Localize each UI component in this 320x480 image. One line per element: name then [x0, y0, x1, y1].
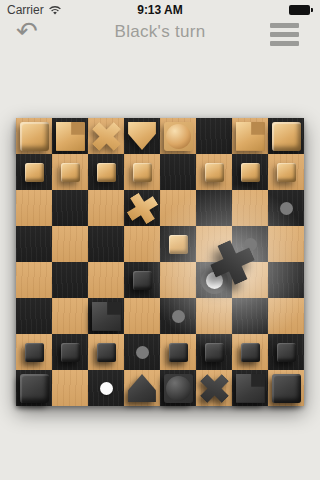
- piece-light-rook-a8[interactable]: [20, 122, 49, 151]
- dragged-piece-black-bishop[interactable]: [211, 241, 254, 284]
- square-h3[interactable]: [268, 298, 304, 334]
- square-c4[interactable]: [88, 262, 124, 298]
- piece-dark-king-e1[interactable]: [164, 374, 193, 403]
- square-d4[interactable]: [124, 262, 160, 298]
- square-b6[interactable]: [52, 190, 88, 226]
- piece-dark-pawn-f2[interactable]: [205, 343, 224, 362]
- square-b3[interactable]: [52, 298, 88, 334]
- square-e8[interactable]: [160, 118, 196, 154]
- square-c2[interactable]: [88, 334, 124, 370]
- piece-light-pawn-c7[interactable]: [97, 163, 116, 182]
- square-h4[interactable]: [268, 262, 304, 298]
- legal-move-dot-d2[interactable]: [136, 346, 149, 359]
- piece-light-pawn-f7[interactable]: [205, 163, 224, 182]
- square-e6[interactable]: [160, 190, 196, 226]
- piece-light-pawn-e5[interactable]: [169, 235, 188, 254]
- square-h1[interactable]: [268, 370, 304, 406]
- clock-time: 9:13 AM: [0, 3, 320, 17]
- piece-dark-pawn-d4[interactable]: [133, 271, 152, 290]
- square-f7[interactable]: [196, 154, 232, 190]
- square-d3[interactable]: [124, 298, 160, 334]
- piece-dark-rook-h1[interactable]: [272, 374, 301, 403]
- piece-light-queen-d8[interactable]: [128, 122, 157, 151]
- square-b2[interactable]: [52, 334, 88, 370]
- square-h7[interactable]: [268, 154, 304, 190]
- piece-light-knight-b8[interactable]: [56, 122, 85, 151]
- piece-dark-bishop-f1[interactable]: [199, 373, 230, 404]
- square-d6[interactable]: [124, 190, 160, 226]
- piece-light-pawn-g7[interactable]: [241, 163, 260, 182]
- chess-board[interactable]: [16, 118, 304, 406]
- square-g2[interactable]: [232, 334, 268, 370]
- piece-light-pawn-d7[interactable]: [133, 163, 152, 182]
- piece-light-knight-g8[interactable]: [236, 122, 265, 151]
- piece-dark-pawn-e2[interactable]: [169, 343, 188, 362]
- square-e5[interactable]: [160, 226, 196, 262]
- square-f3[interactable]: [196, 298, 232, 334]
- piece-dark-rook-a1[interactable]: [20, 374, 49, 403]
- square-a7[interactable]: [16, 154, 52, 190]
- piece-dark-knight-g1[interactable]: [236, 374, 265, 403]
- square-d5[interactable]: [124, 226, 160, 262]
- piece-dark-pawn-a2[interactable]: [25, 343, 44, 362]
- square-g8[interactable]: [232, 118, 268, 154]
- square-a6[interactable]: [16, 190, 52, 226]
- piece-light-king-e8[interactable]: [164, 122, 193, 151]
- square-b7[interactable]: [52, 154, 88, 190]
- square-a5[interactable]: [16, 226, 52, 262]
- square-g6[interactable]: [232, 190, 268, 226]
- square-f2[interactable]: [196, 334, 232, 370]
- square-g1[interactable]: [232, 370, 268, 406]
- square-f8[interactable]: [196, 118, 232, 154]
- square-a4[interactable]: [16, 262, 52, 298]
- legal-move-dot-h6[interactable]: [280, 202, 293, 215]
- square-e4[interactable]: [160, 262, 196, 298]
- square-f1[interactable]: [196, 370, 232, 406]
- square-e2[interactable]: [160, 334, 196, 370]
- piece-dark-pawn-b2[interactable]: [61, 343, 80, 362]
- square-a3[interactable]: [16, 298, 52, 334]
- piece-light-rook-h8[interactable]: [272, 122, 301, 151]
- square-f6[interactable]: [196, 190, 232, 226]
- piece-light-bishop-c8[interactable]: [91, 121, 122, 152]
- square-b4[interactable]: [52, 262, 88, 298]
- nav-bar: ↶ Black's turn: [0, 18, 320, 48]
- piece-dark-queen-d1[interactable]: [128, 374, 157, 403]
- piece-light-pawn-a7[interactable]: [25, 163, 44, 182]
- piece-light-pawn-b7[interactable]: [61, 163, 80, 182]
- square-a2[interactable]: [16, 334, 52, 370]
- square-b5[interactable]: [52, 226, 88, 262]
- square-h5[interactable]: [268, 226, 304, 262]
- square-b1[interactable]: [52, 370, 88, 406]
- square-d7[interactable]: [124, 154, 160, 190]
- piece-dark-knight-c3[interactable]: [92, 302, 121, 331]
- square-c8[interactable]: [88, 118, 124, 154]
- square-h2[interactable]: [268, 334, 304, 370]
- menu-button[interactable]: [270, 23, 299, 46]
- square-c7[interactable]: [88, 154, 124, 190]
- piece-dark-pawn-c2[interactable]: [97, 343, 116, 362]
- square-a1[interactable]: [16, 370, 52, 406]
- selected-origin-dot-c1[interactable]: [100, 382, 113, 395]
- square-g3[interactable]: [232, 298, 268, 334]
- square-e1[interactable]: [160, 370, 196, 406]
- status-bar: Carrier 9:13 AM: [0, 0, 320, 20]
- piece-light-bishop-d6[interactable]: [127, 193, 158, 224]
- square-b8[interactable]: [52, 118, 88, 154]
- piece-dark-pawn-g2[interactable]: [241, 343, 260, 362]
- square-d8[interactable]: [124, 118, 160, 154]
- square-d1[interactable]: [124, 370, 160, 406]
- square-g7[interactable]: [232, 154, 268, 190]
- square-h8[interactable]: [268, 118, 304, 154]
- square-c3[interactable]: [88, 298, 124, 334]
- square-c5[interactable]: [88, 226, 124, 262]
- square-a8[interactable]: [16, 118, 52, 154]
- square-e7[interactable]: [160, 154, 196, 190]
- legal-move-dot-e3[interactable]: [172, 310, 185, 323]
- square-c6[interactable]: [88, 190, 124, 226]
- piece-dark-pawn-h2[interactable]: [277, 343, 296, 362]
- piece-light-pawn-h7[interactable]: [277, 163, 296, 182]
